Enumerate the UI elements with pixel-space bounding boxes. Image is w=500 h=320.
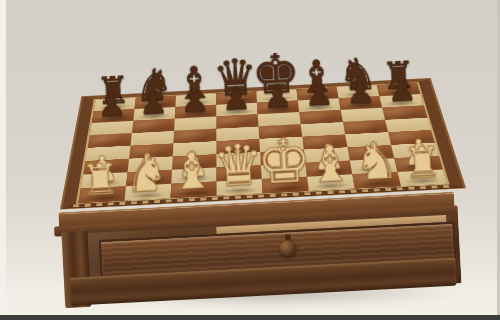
light-king-e1: ♚: [255, 129, 313, 193]
square-f1: ♝: [307, 174, 355, 191]
square-g1: ♞: [352, 172, 401, 189]
dark-pawn-d7: ♟: [221, 82, 251, 116]
square-h5: [385, 118, 431, 133]
light-bishop-c1: ♝: [169, 146, 216, 198]
board: ♜♞♝♛♚♝♞♜♟♟♟♟♟♟♟♟♟♟♟♟♟♟♟♟♜♞♝♛♚♝♞♜: [78, 83, 447, 203]
board-frame: ♜♞♝♛♚♝♞♜♟♟♟♟♟♟♟♟♟♟♟♟♟♟♟♟♜♞♝♛♚♝♞♜: [62, 79, 463, 209]
square-h1: ♜: [398, 170, 448, 187]
product-photo: ♜♞♝♛♚♝♞♜♟♟♟♟♟♟♟♟♟♟♟♟♟♟♟♟♜♞♝♛♚♝♞♜: [0, 0, 500, 320]
light-rook-h1: ♜: [402, 141, 442, 186]
square-c7: ♟: [175, 105, 216, 119]
dark-pawn-a7: ♟: [97, 88, 127, 122]
dark-pawn-h7: ♟: [387, 73, 417, 107]
square-c1: ♝: [170, 181, 216, 198]
photo-left-border: [0, 0, 6, 320]
square-e1: ♚: [262, 177, 309, 194]
light-rook-a1: ♜: [80, 158, 120, 203]
square-a1: ♜: [78, 186, 126, 203]
light-bishop-f1: ♝: [307, 138, 354, 190]
square-d1: ♛: [217, 179, 263, 196]
light-knight-g1: ♞: [353, 136, 400, 188]
dark-pawn-b7: ♟: [138, 86, 168, 120]
light-knight-b1: ♞: [123, 148, 170, 200]
dark-pawn-c7: ♟: [179, 84, 209, 118]
chess-set: ♜♞♝♛♚♝♞♜♟♟♟♟♟♟♟♟♟♟♟♟♟♟♟♟♜♞♝♛♚♝♞♜: [41, 7, 466, 318]
dark-pawn-g7: ♟: [345, 75, 375, 109]
dark-pawn-f7: ♟: [304, 78, 334, 112]
board-scene: ♜♞♝♛♚♝♞♜♟♟♟♟♟♟♟♟♟♟♟♟♟♟♟♟♜♞♝♛♚♝♞♜: [41, 7, 466, 318]
square-b1: ♞: [124, 184, 171, 201]
dark-pawn-e7: ♟: [262, 80, 292, 114]
photo-bottom-border: [0, 315, 500, 320]
